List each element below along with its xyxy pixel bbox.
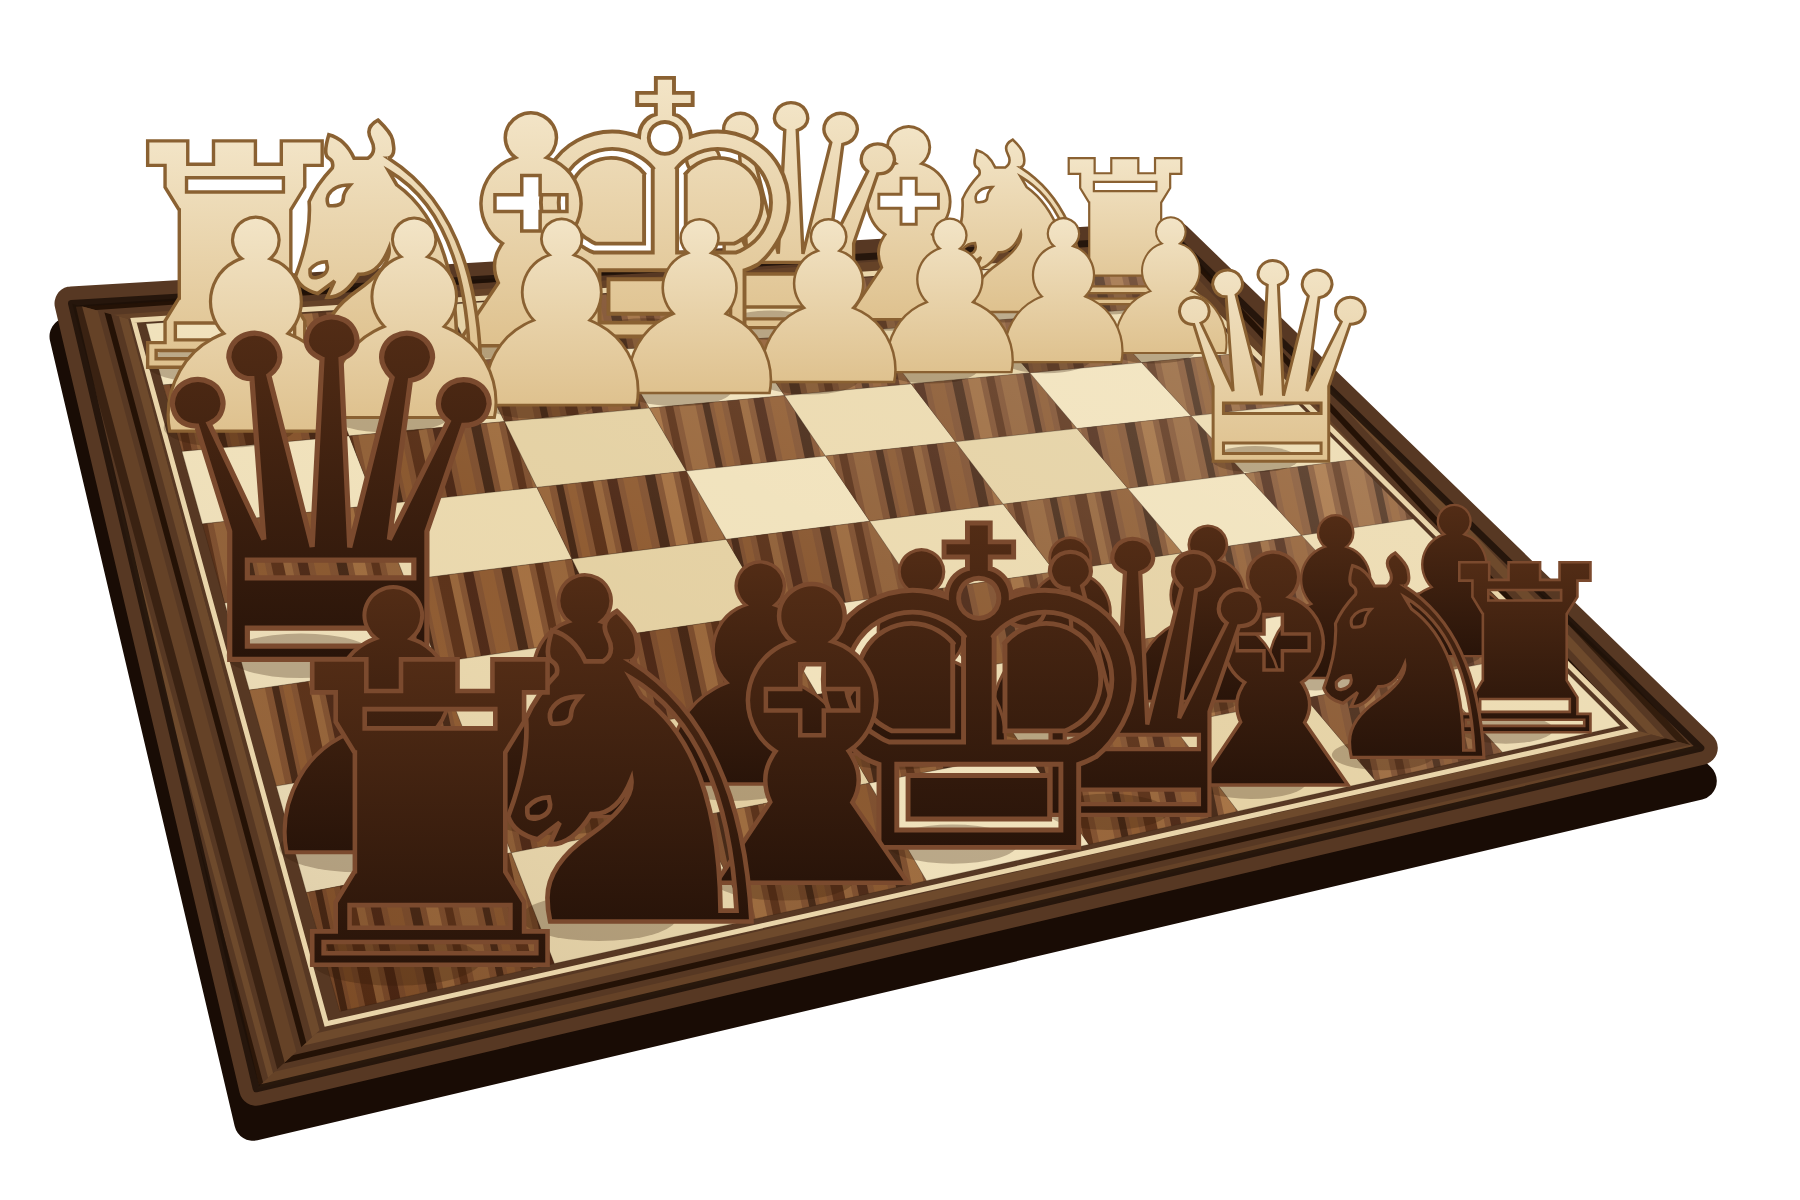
- piece-black-rook-h8[interactable]: ♜: [243, 576, 618, 1063]
- chess-board: ♜♞♝♛♚♝♞♜♟♟♟♟♟♟♟♟♛♛♟♟♟♟♟♟♟♟♜♞♝♛♚♝♞♜: [0, 0, 1800, 1200]
- product-photo: Wooden Staunton chess set on a rosewood …: [0, 0, 1800, 1200]
